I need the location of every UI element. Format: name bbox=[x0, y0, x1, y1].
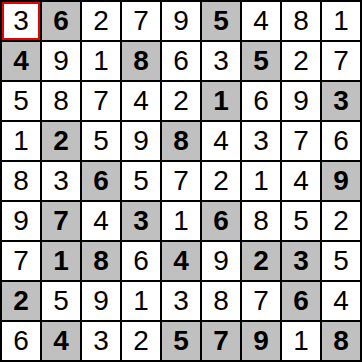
cell-r8c4[interactable]: 1 bbox=[122, 282, 160, 320]
cell-r5c5[interactable]: 7 bbox=[162, 162, 200, 200]
cell-r5c8[interactable]: 4 bbox=[282, 162, 320, 200]
cell-r9c9[interactable]: 8 bbox=[322, 322, 360, 360]
cell-r7c4[interactable]: 6 bbox=[122, 242, 160, 280]
cell-r8c5[interactable]: 3 bbox=[162, 282, 200, 320]
cell-r9c6[interactable]: 7 bbox=[202, 322, 240, 360]
cell-r8c6[interactable]: 8 bbox=[202, 282, 240, 320]
cell-r3c5[interactable]: 2 bbox=[162, 82, 200, 120]
cell-r8c9[interactable]: 4 bbox=[322, 282, 360, 320]
cell-r7c5[interactable]: 4 bbox=[162, 242, 200, 280]
cell-r5c7[interactable]: 1 bbox=[242, 162, 280, 200]
cell-r8c8[interactable]: 6 bbox=[282, 282, 320, 320]
cell-r9c3[interactable]: 3 bbox=[82, 322, 120, 360]
cell-r4c7[interactable]: 3 bbox=[242, 122, 280, 160]
cell-r1c8[interactable]: 8 bbox=[282, 2, 320, 40]
cell-r6c7[interactable]: 8 bbox=[242, 202, 280, 240]
cell-r2c9[interactable]: 7 bbox=[322, 42, 360, 80]
cell-r6c9[interactable]: 2 bbox=[322, 202, 360, 240]
cell-r5c3[interactable]: 6 bbox=[82, 162, 120, 200]
cell-r8c3[interactable]: 9 bbox=[82, 282, 120, 320]
cell-r4c9[interactable]: 6 bbox=[322, 122, 360, 160]
cell-r2c5[interactable]: 6 bbox=[162, 42, 200, 80]
cell-r3c6[interactable]: 1 bbox=[202, 82, 240, 120]
cell-r7c8[interactable]: 3 bbox=[282, 242, 320, 280]
cell-r7c6[interactable]: 9 bbox=[202, 242, 240, 280]
cell-r8c7[interactable]: 7 bbox=[242, 282, 280, 320]
cell-r2c2[interactable]: 9 bbox=[42, 42, 80, 80]
cell-r4c8[interactable]: 7 bbox=[282, 122, 320, 160]
cell-r6c5[interactable]: 1 bbox=[162, 202, 200, 240]
cell-r2c6[interactable]: 3 bbox=[202, 42, 240, 80]
cell-r7c1[interactable]: 7 bbox=[2, 242, 40, 280]
cell-r1c6[interactable]: 5 bbox=[202, 2, 240, 40]
cell-r3c3[interactable]: 7 bbox=[82, 82, 120, 120]
cell-r6c6[interactable]: 6 bbox=[202, 202, 240, 240]
cell-r1c5[interactable]: 9 bbox=[162, 2, 200, 40]
cell-r1c7[interactable]: 4 bbox=[242, 2, 280, 40]
cell-r2c4[interactable]: 8 bbox=[122, 42, 160, 80]
cell-r9c1[interactable]: 6 bbox=[2, 322, 40, 360]
cell-r2c1[interactable]: 4 bbox=[2, 42, 40, 80]
cell-r8c1[interactable]: 2 bbox=[2, 282, 40, 320]
sudoku-board: 3627954814918635275874216931259843768365… bbox=[0, 0, 362, 362]
cell-r9c4[interactable]: 2 bbox=[122, 322, 160, 360]
cell-r1c3[interactable]: 2 bbox=[82, 2, 120, 40]
cell-r6c8[interactable]: 5 bbox=[282, 202, 320, 240]
cell-r7c2[interactable]: 1 bbox=[42, 242, 80, 280]
cell-r4c2[interactable]: 2 bbox=[42, 122, 80, 160]
cell-r9c5[interactable]: 5 bbox=[162, 322, 200, 360]
cell-r4c3[interactable]: 5 bbox=[82, 122, 120, 160]
cell-r4c4[interactable]: 9 bbox=[122, 122, 160, 160]
cell-r6c1[interactable]: 9 bbox=[2, 202, 40, 240]
cell-r1c4[interactable]: 7 bbox=[122, 2, 160, 40]
cell-r6c2[interactable]: 7 bbox=[42, 202, 80, 240]
cell-r4c1[interactable]: 1 bbox=[2, 122, 40, 160]
cell-r6c4[interactable]: 3 bbox=[122, 202, 160, 240]
cell-r4c5[interactable]: 8 bbox=[162, 122, 200, 160]
cell-r6c3[interactable]: 4 bbox=[82, 202, 120, 240]
cell-r4c6[interactable]: 4 bbox=[202, 122, 240, 160]
cell-r3c9[interactable]: 3 bbox=[322, 82, 360, 120]
cell-r5c9[interactable]: 9 bbox=[322, 162, 360, 200]
cell-r1c1[interactable]: 3 bbox=[2, 2, 40, 40]
cell-r2c7[interactable]: 5 bbox=[242, 42, 280, 80]
cell-r7c3[interactable]: 8 bbox=[82, 242, 120, 280]
cell-r2c3[interactable]: 1 bbox=[82, 42, 120, 80]
cell-r3c4[interactable]: 4 bbox=[122, 82, 160, 120]
cell-r5c4[interactable]: 5 bbox=[122, 162, 160, 200]
cell-r1c2[interactable]: 6 bbox=[42, 2, 80, 40]
cell-r7c7[interactable]: 2 bbox=[242, 242, 280, 280]
cell-r3c8[interactable]: 9 bbox=[282, 82, 320, 120]
cell-r3c1[interactable]: 5 bbox=[2, 82, 40, 120]
cell-r5c1[interactable]: 8 bbox=[2, 162, 40, 200]
cell-r3c2[interactable]: 8 bbox=[42, 82, 80, 120]
cell-r2c8[interactable]: 2 bbox=[282, 42, 320, 80]
cell-r9c8[interactable]: 1 bbox=[282, 322, 320, 360]
cell-r3c7[interactable]: 6 bbox=[242, 82, 280, 120]
cell-r9c7[interactable]: 9 bbox=[242, 322, 280, 360]
cell-r5c6[interactable]: 2 bbox=[202, 162, 240, 200]
cell-r7c9[interactable]: 5 bbox=[322, 242, 360, 280]
cell-r5c2[interactable]: 3 bbox=[42, 162, 80, 200]
cell-r9c2[interactable]: 4 bbox=[42, 322, 80, 360]
cell-r1c9[interactable]: 1 bbox=[322, 2, 360, 40]
cell-r8c2[interactable]: 5 bbox=[42, 282, 80, 320]
